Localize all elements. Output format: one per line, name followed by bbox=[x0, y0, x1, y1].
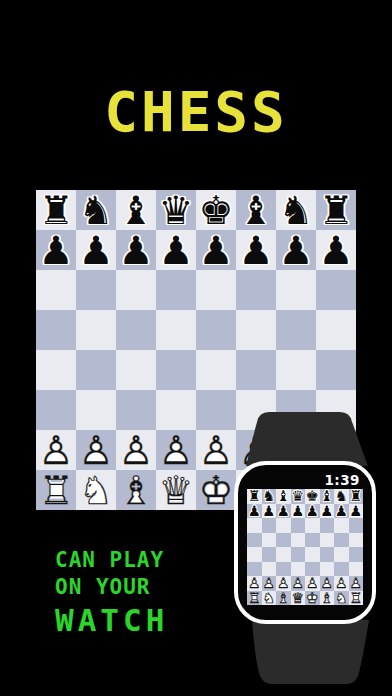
white-pawn-piece: ♟♙ bbox=[39, 431, 74, 470]
square-f3[interactable] bbox=[320, 562, 335, 577]
square-c6[interactable] bbox=[116, 270, 156, 310]
white-bishop-piece: ♝♗ bbox=[119, 471, 154, 510]
square-f6[interactable] bbox=[236, 270, 276, 310]
square-h1[interactable]: ♜♖ bbox=[349, 591, 364, 606]
black-bishop-piece: ♝ bbox=[119, 191, 154, 230]
square-a6[interactable] bbox=[36, 270, 76, 310]
white-pawn-piece: ♟♙ bbox=[248, 576, 261, 591]
square-c7[interactable]: ♟ bbox=[276, 504, 291, 519]
white-queen-piece: ♛♕ bbox=[159, 471, 194, 510]
square-h8[interactable]: ♜ bbox=[316, 190, 356, 230]
square-e3[interactable] bbox=[305, 562, 320, 577]
square-g8[interactable]: ♞ bbox=[276, 190, 316, 230]
square-a8[interactable]: ♜ bbox=[36, 190, 76, 230]
square-f8[interactable]: ♝ bbox=[236, 190, 276, 230]
square-g2[interactable]: ♟♙ bbox=[334, 576, 349, 591]
square-g4[interactable] bbox=[276, 350, 316, 390]
square-a7[interactable]: ♟ bbox=[247, 504, 262, 519]
square-h8[interactable]: ♜ bbox=[349, 489, 364, 504]
black-pawn-piece: ♟ bbox=[248, 504, 261, 519]
promo-screenshot: CHESS ♜♞♝♛♚♝♞♜♟♟♟♟♟♟♟♟♟♙♟♙♟♙♟♙♟♙♟♙♟♙♟♙♜♖… bbox=[0, 0, 392, 696]
white-pawn-piece: ♟♙ bbox=[349, 576, 362, 591]
black-pawn-piece: ♟ bbox=[79, 231, 114, 270]
square-e8[interactable]: ♚ bbox=[305, 489, 320, 504]
square-c4[interactable] bbox=[276, 547, 291, 562]
black-rook-piece: ♜ bbox=[319, 191, 354, 230]
square-a3[interactable] bbox=[247, 562, 262, 577]
black-pawn-piece: ♟ bbox=[306, 504, 319, 519]
square-a3[interactable] bbox=[36, 390, 76, 430]
square-f1[interactable]: ♝♗ bbox=[320, 591, 335, 606]
white-knight-piece: ♞♘ bbox=[79, 471, 114, 510]
square-a1[interactable]: ♜♖ bbox=[36, 470, 76, 510]
white-knight-piece: ♞♘ bbox=[335, 591, 348, 606]
black-knight-piece: ♞ bbox=[262, 489, 275, 504]
black-pawn-piece: ♟ bbox=[262, 504, 275, 519]
square-d8[interactable]: ♛ bbox=[156, 190, 196, 230]
square-d5[interactable] bbox=[291, 533, 306, 548]
caption-line-3: WATCH bbox=[55, 602, 168, 638]
square-g4[interactable] bbox=[334, 547, 349, 562]
black-king-piece: ♚ bbox=[306, 489, 319, 504]
square-f4[interactable] bbox=[236, 350, 276, 390]
black-pawn-piece: ♟ bbox=[277, 504, 290, 519]
square-b1[interactable]: ♞♘ bbox=[76, 470, 116, 510]
square-d2[interactable]: ♟♙ bbox=[156, 430, 196, 470]
square-g6[interactable] bbox=[276, 270, 316, 310]
square-h5[interactable] bbox=[349, 533, 364, 548]
black-pawn-piece: ♟ bbox=[159, 231, 194, 270]
white-bishop-piece: ♝♗ bbox=[320, 591, 333, 606]
black-knight-piece: ♞ bbox=[335, 489, 348, 504]
black-pawn-piece: ♟ bbox=[119, 231, 154, 270]
square-f2[interactable]: ♟♙ bbox=[320, 576, 335, 591]
square-e5[interactable] bbox=[196, 310, 236, 350]
square-b3[interactable] bbox=[262, 562, 277, 577]
square-b4[interactable] bbox=[76, 350, 116, 390]
square-a7[interactable]: ♟ bbox=[36, 230, 76, 270]
square-d1[interactable]: ♛♕ bbox=[156, 470, 196, 510]
square-b8[interactable]: ♞ bbox=[262, 489, 277, 504]
square-f7[interactable]: ♟ bbox=[320, 504, 335, 519]
square-c1[interactable]: ♝♗ bbox=[276, 591, 291, 606]
square-h5[interactable] bbox=[316, 310, 356, 350]
black-pawn-piece: ♟ bbox=[39, 231, 74, 270]
black-pawn-piece: ♟ bbox=[335, 504, 348, 519]
square-e1[interactable]: ♚♔ bbox=[305, 591, 320, 606]
black-pawn-piece: ♟ bbox=[239, 231, 274, 270]
square-a8[interactable]: ♜ bbox=[247, 489, 262, 504]
white-pawn-piece: ♟♙ bbox=[306, 576, 319, 591]
white-pawn-piece: ♟♙ bbox=[119, 431, 154, 470]
square-c8[interactable]: ♝ bbox=[276, 489, 291, 504]
square-a2[interactable]: ♟♙ bbox=[36, 430, 76, 470]
square-h2[interactable]: ♟♙ bbox=[349, 576, 364, 591]
black-rook-piece: ♜ bbox=[39, 191, 74, 230]
square-f5[interactable] bbox=[320, 533, 335, 548]
black-bishop-piece: ♝ bbox=[277, 489, 290, 504]
square-b7[interactable]: ♟ bbox=[262, 504, 277, 519]
white-bishop-piece: ♝♗ bbox=[277, 591, 290, 606]
square-e7[interactable]: ♟ bbox=[305, 504, 320, 519]
white-queen-piece: ♛♕ bbox=[291, 591, 304, 606]
white-rook-piece: ♜♖ bbox=[248, 591, 261, 606]
square-d5[interactable] bbox=[156, 310, 196, 350]
square-g1[interactable]: ♞♘ bbox=[334, 591, 349, 606]
app-title: CHESS bbox=[0, 84, 392, 140]
square-a4[interactable] bbox=[247, 547, 262, 562]
black-queen-piece: ♛ bbox=[291, 489, 304, 504]
square-b7[interactable]: ♟ bbox=[76, 230, 116, 270]
square-f6[interactable] bbox=[320, 518, 335, 533]
square-d4[interactable] bbox=[156, 350, 196, 390]
square-d7[interactable]: ♟ bbox=[291, 504, 306, 519]
square-c5[interactable] bbox=[116, 310, 156, 350]
caption-line-2: ON YOUR bbox=[55, 574, 168, 601]
square-a6[interactable] bbox=[247, 518, 262, 533]
chess-board-watch: ♜♞♝♛♚♝♞♜♟♟♟♟♟♟♟♟♟♙♟♙♟♙♟♙♟♙♟♙♟♙♟♙♜♖♞♘♝♗♛♕… bbox=[247, 489, 363, 605]
square-c1[interactable]: ♝♗ bbox=[116, 470, 156, 510]
square-h3[interactable] bbox=[349, 562, 364, 577]
black-pawn-piece: ♟ bbox=[291, 504, 304, 519]
square-g7[interactable]: ♟ bbox=[276, 230, 316, 270]
black-pawn-piece: ♟ bbox=[279, 231, 314, 270]
square-c5[interactable] bbox=[276, 533, 291, 548]
square-g6[interactable] bbox=[334, 518, 349, 533]
square-d4[interactable] bbox=[291, 547, 306, 562]
square-e2[interactable]: ♟♙ bbox=[305, 576, 320, 591]
white-pawn-piece: ♟♙ bbox=[320, 576, 333, 591]
square-e5[interactable] bbox=[305, 533, 320, 548]
square-d3[interactable] bbox=[291, 562, 306, 577]
black-bishop-piece: ♝ bbox=[320, 489, 333, 504]
square-a5[interactable] bbox=[36, 310, 76, 350]
square-b4[interactable] bbox=[262, 547, 277, 562]
square-d1[interactable]: ♛♕ bbox=[291, 591, 306, 606]
square-a2[interactable]: ♟♙ bbox=[247, 576, 262, 591]
square-h6[interactable] bbox=[349, 518, 364, 533]
square-g5[interactable] bbox=[334, 533, 349, 548]
white-king-piece: ♚♔ bbox=[306, 591, 319, 606]
square-c2[interactable]: ♟♙ bbox=[116, 430, 156, 470]
white-pawn-piece: ♟♙ bbox=[335, 576, 348, 591]
watch-strap-top bbox=[246, 412, 368, 466]
square-h6[interactable] bbox=[316, 270, 356, 310]
white-pawn-piece: ♟♙ bbox=[159, 431, 194, 470]
square-e7[interactable]: ♟ bbox=[196, 230, 236, 270]
square-c7[interactable]: ♟ bbox=[116, 230, 156, 270]
white-knight-piece: ♞♘ bbox=[262, 591, 275, 606]
square-f4[interactable] bbox=[320, 547, 335, 562]
square-b1[interactable]: ♞♘ bbox=[262, 591, 277, 606]
square-c3[interactable] bbox=[276, 562, 291, 577]
watch-strap-bottom bbox=[252, 620, 369, 684]
black-rook-piece: ♜ bbox=[248, 489, 261, 504]
square-e8[interactable]: ♚ bbox=[196, 190, 236, 230]
white-pawn-piece: ♟♙ bbox=[291, 576, 304, 591]
square-a4[interactable] bbox=[36, 350, 76, 390]
square-b2[interactable]: ♟♙ bbox=[262, 576, 277, 591]
black-queen-piece: ♛ bbox=[159, 191, 194, 230]
square-d3[interactable] bbox=[156, 390, 196, 430]
caption-line-1: CAN PLAY bbox=[55, 547, 168, 574]
square-c8[interactable]: ♝ bbox=[116, 190, 156, 230]
black-pawn-piece: ♟ bbox=[349, 504, 362, 519]
square-d6[interactable] bbox=[291, 518, 306, 533]
black-pawn-piece: ♟ bbox=[320, 504, 333, 519]
black-king-piece: ♚ bbox=[199, 191, 234, 230]
square-h7[interactable]: ♟ bbox=[316, 230, 356, 270]
square-c3[interactable] bbox=[116, 390, 156, 430]
square-f5[interactable] bbox=[236, 310, 276, 350]
square-d2[interactable]: ♟♙ bbox=[291, 576, 306, 591]
square-b6[interactable] bbox=[262, 518, 277, 533]
square-g5[interactable] bbox=[276, 310, 316, 350]
square-e4[interactable] bbox=[196, 350, 236, 390]
square-d7[interactable]: ♟ bbox=[156, 230, 196, 270]
square-e6[interactable] bbox=[305, 518, 320, 533]
square-g7[interactable]: ♟ bbox=[334, 504, 349, 519]
square-g8[interactable]: ♞ bbox=[334, 489, 349, 504]
square-a1[interactable]: ♜♖ bbox=[247, 591, 262, 606]
square-b2[interactable]: ♟♙ bbox=[76, 430, 116, 470]
square-b5[interactable] bbox=[76, 310, 116, 350]
square-g3[interactable] bbox=[334, 562, 349, 577]
watch-body: 1:39 ♜♞♝♛♚♝♞♜♟♟♟♟♟♟♟♟♟♙♟♙♟♙♟♙♟♙♟♙♟♙♟♙♜♖♞… bbox=[234, 461, 376, 624]
white-rook-piece: ♜♖ bbox=[39, 471, 74, 510]
square-a5[interactable] bbox=[247, 533, 262, 548]
black-bishop-piece: ♝ bbox=[239, 191, 274, 230]
black-pawn-piece: ♟ bbox=[199, 231, 234, 270]
black-knight-piece: ♞ bbox=[279, 191, 314, 230]
square-b5[interactable] bbox=[262, 533, 277, 548]
square-b6[interactable] bbox=[76, 270, 116, 310]
watch-clock: 1:39 bbox=[324, 472, 360, 488]
square-c4[interactable] bbox=[116, 350, 156, 390]
square-c6[interactable] bbox=[276, 518, 291, 533]
square-f8[interactable]: ♝ bbox=[320, 489, 335, 504]
white-rook-piece: ♜♖ bbox=[349, 591, 362, 606]
white-pawn-piece: ♟♙ bbox=[277, 576, 290, 591]
square-h4[interactable] bbox=[316, 350, 356, 390]
square-f7[interactable]: ♟ bbox=[236, 230, 276, 270]
white-pawn-piece: ♟♙ bbox=[79, 431, 114, 470]
square-h7[interactable]: ♟ bbox=[349, 504, 364, 519]
square-e4[interactable] bbox=[305, 547, 320, 562]
black-pawn-piece: ♟ bbox=[319, 231, 354, 270]
square-b8[interactable]: ♞ bbox=[76, 190, 116, 230]
square-d8[interactable]: ♛ bbox=[291, 489, 306, 504]
black-rook-piece: ♜ bbox=[349, 489, 362, 504]
black-knight-piece: ♞ bbox=[79, 191, 114, 230]
square-h4[interactable] bbox=[349, 547, 364, 562]
square-b3[interactable] bbox=[76, 390, 116, 430]
square-e6[interactable] bbox=[196, 270, 236, 310]
caption: CAN PLAY ON YOUR WATCH bbox=[55, 547, 168, 638]
square-c2[interactable]: ♟♙ bbox=[276, 576, 291, 591]
square-d6[interactable] bbox=[156, 270, 196, 310]
white-pawn-piece: ♟♙ bbox=[262, 576, 275, 591]
